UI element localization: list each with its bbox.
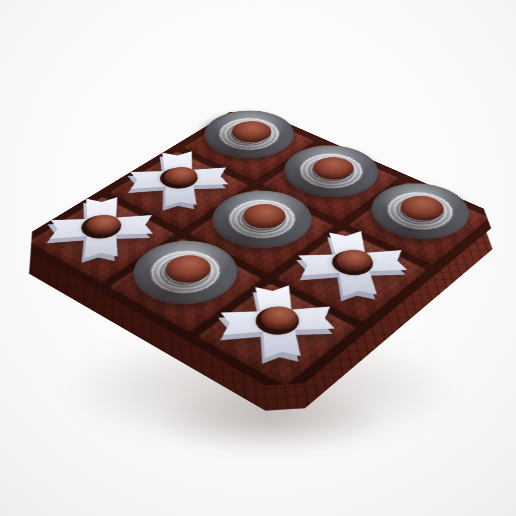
scene [0,0,516,516]
